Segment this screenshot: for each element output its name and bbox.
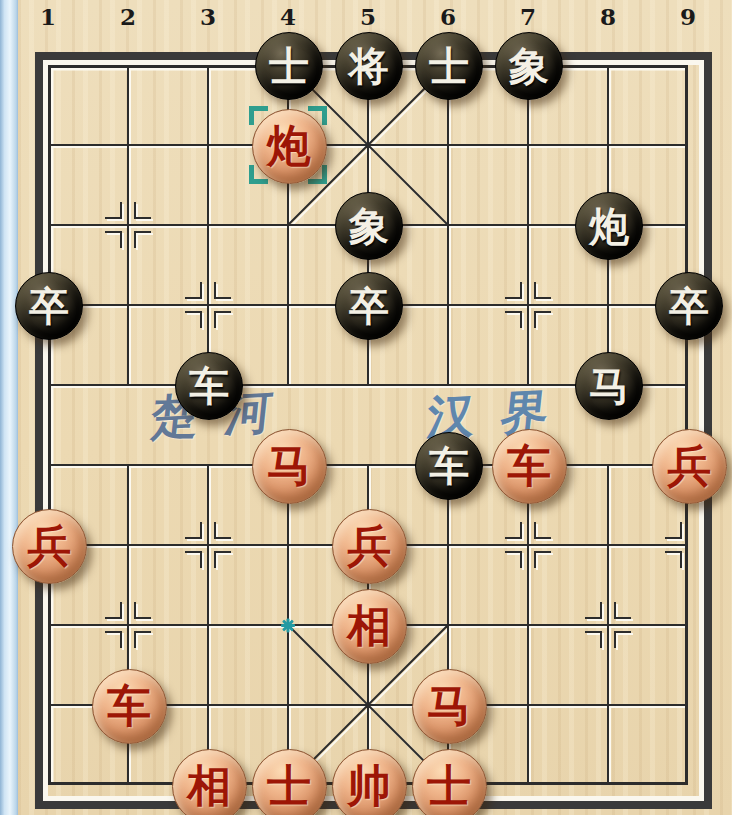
file-label-2: 2: [113, 3, 143, 30]
piece-glyph: 兵: [27, 517, 71, 576]
piece-glyph: 士: [429, 39, 469, 94]
piece-glyph: 马: [589, 359, 629, 414]
piece-red-cannon[interactable]: 炮: [252, 109, 327, 184]
file-label-9: 9: [673, 3, 703, 30]
file-label-8: 8: [593, 3, 623, 30]
file-label-7: 7: [513, 3, 543, 30]
file-label-3: 3: [193, 3, 223, 30]
piece-glyph: 象: [349, 199, 389, 254]
piece-red-elephant[interactable]: 相: [172, 749, 247, 815]
piece-glyph: 车: [507, 437, 551, 496]
piece-black-chariot[interactable]: 车: [415, 432, 483, 500]
piece-red-chariot[interactable]: 车: [92, 669, 167, 744]
piece-glyph: 兵: [667, 437, 711, 496]
file-label-4: 4: [273, 3, 303, 30]
piece-black-soldier[interactable]: 卒: [655, 272, 723, 340]
piece-black-soldier[interactable]: 卒: [335, 272, 403, 340]
piece-glyph: 将: [349, 39, 389, 94]
piece-glyph: 士: [427, 757, 471, 815]
piece-red-elephant[interactable]: 相: [332, 589, 407, 664]
piece-red-soldier[interactable]: 兵: [12, 509, 87, 584]
file-label-1: 1: [33, 3, 63, 30]
last-move-origin-marker: [280, 617, 296, 633]
piece-red-horse[interactable]: 马: [252, 429, 327, 504]
file-label-6: 6: [433, 3, 463, 30]
piece-glyph: 车: [107, 677, 151, 736]
piece-red-soldier[interactable]: 兵: [652, 429, 727, 504]
piece-black-general[interactable]: 将: [335, 32, 403, 100]
piece-glyph: 炮: [267, 117, 311, 176]
piece-black-cannon[interactable]: 炮: [575, 192, 643, 260]
piece-black-soldier[interactable]: 卒: [15, 272, 83, 340]
piece-red-horse[interactable]: 马: [412, 669, 487, 744]
piece-black-chariot[interactable]: 车: [175, 352, 243, 420]
piece-red-advisor[interactable]: 士: [252, 749, 327, 815]
piece-glyph: 士: [269, 39, 309, 94]
piece-glyph: 炮: [589, 199, 629, 254]
window-edge-strip: [0, 0, 18, 815]
piece-black-elephant[interactable]: 象: [335, 192, 403, 260]
piece-red-chariot[interactable]: 车: [492, 429, 567, 504]
piece-glyph: 相: [347, 597, 391, 656]
piece-black-advisor[interactable]: 士: [255, 32, 323, 100]
piece-glyph: 马: [427, 677, 471, 736]
file-label-5: 5: [353, 3, 383, 30]
xiangqi-board-screen: 123456789 楚河 汉界 士将士象炮象炮卒卒卒车马马车车兵兵兵相车马相士帅…: [0, 0, 732, 815]
piece-glyph: 卒: [669, 279, 709, 334]
piece-red-soldier[interactable]: 兵: [332, 509, 407, 584]
piece-red-advisor[interactable]: 士: [412, 749, 487, 815]
piece-glyph: 兵: [347, 517, 391, 576]
piece-glyph: 车: [189, 359, 229, 414]
piece-glyph: 车: [429, 439, 469, 494]
piece-black-horse[interactable]: 马: [575, 352, 643, 420]
piece-glyph: 帅: [347, 757, 391, 815]
piece-black-elephant[interactable]: 象: [495, 32, 563, 100]
piece-red-general[interactable]: 帅: [332, 749, 407, 815]
piece-glyph: 卒: [349, 279, 389, 334]
piece-glyph: 相: [187, 757, 231, 815]
piece-glyph: 卒: [29, 279, 69, 334]
piece-glyph: 士: [267, 757, 311, 815]
piece-glyph: 象: [509, 39, 549, 94]
piece-glyph: 马: [267, 437, 311, 496]
piece-black-advisor[interactable]: 士: [415, 32, 483, 100]
